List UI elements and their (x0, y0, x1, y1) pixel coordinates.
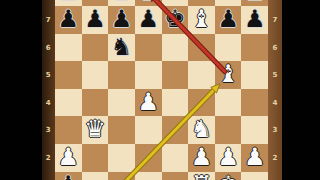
rank-label-2-left: 2 (42, 153, 56, 163)
piece-black-pawn-d7[interactable]: ♟ (135, 6, 162, 34)
square-g3[interactable] (215, 116, 242, 144)
square-h6[interactable] (241, 34, 268, 62)
piece-white-king-g1[interactable]: ♚ (215, 172, 242, 180)
square-f2[interactable]: ♟ (188, 144, 215, 172)
piece-white-rook-f1[interactable]: ♜ (188, 172, 215, 180)
square-b6[interactable] (82, 34, 109, 62)
square-e2[interactable] (162, 144, 189, 172)
square-c1[interactable] (108, 172, 135, 180)
rank-label-3-left: 3 (42, 125, 56, 135)
square-e3[interactable] (162, 116, 189, 144)
chess-board[interactable]: ♜♝♛♜♟♟♟♟♚♝♟♟♞♝♟♛♞♟♟♟♟♝♜♚ (55, 0, 268, 180)
square-g4[interactable] (215, 89, 242, 117)
rank-label-7-left: 7 (42, 15, 56, 25)
square-c6[interactable]: ♞ (108, 34, 135, 62)
piece-black-knight-c6[interactable]: ♞ (108, 34, 135, 62)
square-b5[interactable] (82, 61, 109, 89)
square-d4[interactable]: ♟ (135, 89, 162, 117)
rank-label-4-left: 4 (42, 98, 56, 108)
square-h1[interactable] (241, 172, 268, 180)
square-a6[interactable] (55, 34, 82, 62)
rank-label-5-left: 5 (42, 70, 56, 80)
square-e5[interactable] (162, 61, 189, 89)
square-d5[interactable] (135, 61, 162, 89)
piece-white-pawn-a2[interactable]: ♟ (55, 144, 82, 172)
square-e1[interactable] (162, 172, 189, 180)
piece-black-pawn-a7[interactable]: ♟ (55, 6, 82, 34)
piece-white-bishop-f7[interactable]: ♝ (188, 6, 215, 34)
square-a2[interactable]: ♟ (55, 144, 82, 172)
piece-black-pawn-c7[interactable]: ♟ (108, 6, 135, 34)
square-g5[interactable]: ♝ (215, 61, 242, 89)
square-h4[interactable] (241, 89, 268, 117)
piece-black-pawn-b7[interactable]: ♟ (82, 6, 109, 34)
square-g6[interactable] (215, 34, 242, 62)
square-a3[interactable] (55, 116, 82, 144)
square-b7[interactable]: ♟ (82, 6, 109, 34)
square-d3[interactable] (135, 116, 162, 144)
square-c5[interactable] (108, 61, 135, 89)
square-b2[interactable] (82, 144, 109, 172)
square-d2[interactable] (135, 144, 162, 172)
square-f3[interactable]: ♞ (188, 116, 215, 144)
square-f1[interactable]: ♜ (188, 172, 215, 180)
square-c2[interactable] (108, 144, 135, 172)
square-c7[interactable]: ♟ (108, 6, 135, 34)
square-f6[interactable] (188, 34, 215, 62)
rank-label-2-right: 2 (268, 153, 282, 163)
square-h5[interactable] (241, 61, 268, 89)
square-g2[interactable]: ♟ (215, 144, 242, 172)
rank-label-4-right: 4 (268, 98, 282, 108)
square-b1[interactable] (82, 172, 109, 180)
square-e6[interactable] (162, 34, 189, 62)
square-a5[interactable] (55, 61, 82, 89)
square-d6[interactable] (135, 34, 162, 62)
rank-label-3-right: 3 (268, 125, 282, 135)
piece-black-pawn-h7[interactable]: ♟ (241, 6, 268, 34)
square-d1[interactable] (135, 172, 162, 180)
square-h3[interactable] (241, 116, 268, 144)
square-a4[interactable] (55, 89, 82, 117)
piece-white-queen-b3[interactable]: ♛ (82, 116, 109, 144)
piece-white-pawn-g2[interactable]: ♟ (215, 144, 242, 172)
square-h2[interactable]: ♟ (241, 144, 268, 172)
piece-white-bishop-g5[interactable]: ♝ (215, 61, 242, 89)
rank-label-5-right: 5 (268, 70, 282, 80)
square-e7[interactable]: ♚ (162, 6, 189, 34)
piece-white-knight-f3[interactable]: ♞ (188, 116, 215, 144)
square-g1[interactable]: ♚ (215, 172, 242, 180)
piece-black-pawn-g7[interactable]: ♟ (215, 6, 242, 34)
chess-board-thumbnail: ♜♝♛♜♟♟♟♟♚♝♟♟♞♝♟♛♞♟♟♟♟♝♜♚ 887766554433221… (0, 0, 320, 180)
square-g7[interactable]: ♟ (215, 6, 242, 34)
square-h7[interactable]: ♟ (241, 6, 268, 34)
piece-black-king-e7[interactable]: ♚ (162, 6, 189, 34)
square-a1[interactable]: ♝ (55, 172, 82, 180)
square-f4[interactable] (188, 89, 215, 117)
piece-white-pawn-h2[interactable]: ♟ (241, 144, 268, 172)
rank-label-6-left: 6 (42, 43, 56, 53)
rank-label-6-right: 6 (268, 43, 282, 53)
square-d7[interactable]: ♟ (135, 6, 162, 34)
square-f7[interactable]: ♝ (188, 6, 215, 34)
square-e4[interactable] (162, 89, 189, 117)
piece-black-bishop-a1[interactable]: ♝ (55, 172, 82, 180)
square-f5[interactable] (188, 61, 215, 89)
piece-white-pawn-f2[interactable]: ♟ (188, 144, 215, 172)
square-b3[interactable]: ♛ (82, 116, 109, 144)
square-b4[interactable] (82, 89, 109, 117)
square-c3[interactable] (108, 116, 135, 144)
piece-white-pawn-d4[interactable]: ♟ (135, 89, 162, 117)
square-c4[interactable] (108, 89, 135, 117)
rank-label-7-right: 7 (268, 15, 282, 25)
square-a7[interactable]: ♟ (55, 6, 82, 34)
